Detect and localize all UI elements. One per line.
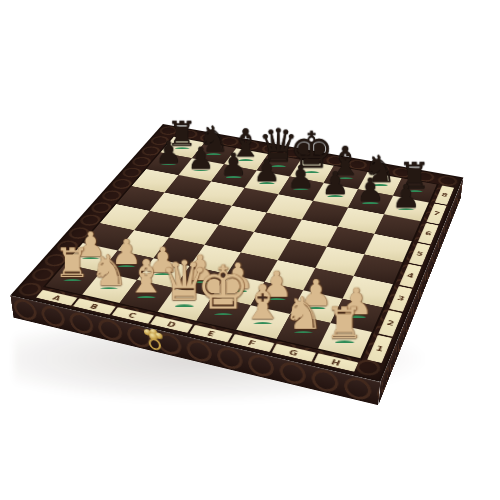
square-h6[interactable]: [374, 214, 420, 241]
piece-glyph: ♟: [321, 168, 349, 198]
piece-glyph: ♜: [54, 244, 90, 282]
piece-glyph: ♟: [187, 143, 214, 172]
piece-glyph: ♟: [287, 162, 315, 192]
piece-glyph: ♟: [220, 149, 247, 178]
brass-clasp-icon: [142, 326, 164, 350]
clasp-loop: [148, 337, 161, 351]
piece-glyph: ♞: [90, 250, 128, 291]
piece-glyph: ♝: [242, 281, 284, 326]
piece-glyph: ♟: [356, 174, 384, 204]
piece-glyph: ♟: [392, 181, 421, 211]
rank-label-8: 8: [435, 186, 454, 205]
rank-label-2: 2: [378, 310, 402, 337]
piece-glyph: ♟: [155, 138, 182, 167]
piece-glyph: ♟: [253, 155, 281, 184]
square-h1[interactable]: ♜: [318, 323, 372, 358]
rank-label-6: 6: [418, 223, 439, 245]
rank-label-3: 3: [389, 286, 412, 311]
rank-label-4: 4: [399, 264, 421, 288]
product-photo-scene: ♜♞♝♛♚♝♞♜♟♟♟♟♟♟♟♟♟♟♟♟♟♟♟♟♜♞♝♛♚♝♞♜ ABCDEFG…: [0, 0, 500, 500]
piece-glyph: ♞: [283, 292, 324, 335]
rank-label-7: 7: [427, 204, 447, 224]
square-h5[interactable]: [364, 234, 411, 262]
piece-glyph: ♜: [325, 303, 364, 344]
rank-label-5: 5: [409, 243, 431, 266]
